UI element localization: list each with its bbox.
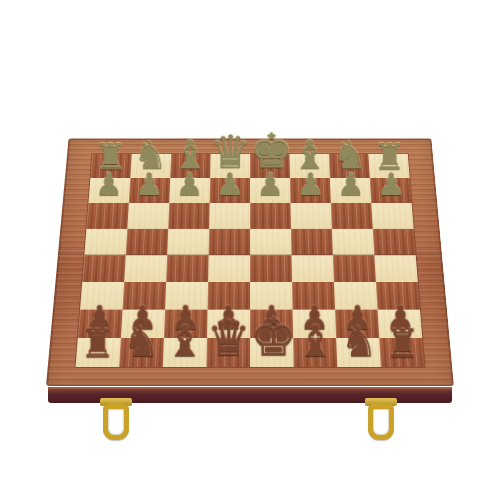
- square-f5: [291, 229, 333, 255]
- square-b3: [123, 282, 167, 310]
- square-h5: [373, 229, 416, 255]
- square-g5: [332, 229, 374, 255]
- square-a8: [90, 154, 131, 178]
- square-a7: [88, 178, 130, 203]
- square-d1: [206, 338, 250, 367]
- square-c7: [169, 178, 210, 203]
- square-g6: [331, 203, 373, 229]
- square-f2: [292, 310, 336, 338]
- square-b6: [127, 203, 169, 229]
- square-c5: [167, 229, 209, 255]
- square-g7: [330, 178, 371, 203]
- square-a3: [80, 282, 124, 310]
- board-scene: ♜♞♝♛♚♝♞♜♟♟♟♟♟♟♟♟♟♟♟♟♟♟♟♟♜♞♝♛♚♝♞♜: [46, 0, 454, 386]
- square-c6: [168, 203, 209, 229]
- square-g4: [333, 255, 376, 282]
- product-photo: ♜♞♝♛♚♝♞♜♟♟♟♟♟♟♟♟♟♟♟♟♟♟♟♟♜♞♝♛♚♝♞♜: [0, 0, 500, 500]
- square-b4: [124, 255, 167, 282]
- square-a5: [84, 229, 127, 255]
- square-d4: [208, 255, 250, 282]
- square-a4: [82, 255, 126, 282]
- square-c2: [164, 310, 208, 338]
- brass-latch-right: [368, 398, 394, 436]
- square-d3: [208, 282, 250, 310]
- square-b5: [126, 229, 168, 255]
- square-d8: [210, 154, 250, 178]
- square-f1: [293, 338, 337, 367]
- square-a6: [86, 203, 128, 229]
- brass-latch-left: [103, 398, 129, 436]
- square-g1: [336, 338, 381, 367]
- square-f3: [292, 282, 335, 310]
- square-h2: [377, 310, 422, 338]
- board-squares: [75, 154, 424, 367]
- square-d6: [209, 203, 250, 229]
- latch-ring: [368, 404, 394, 440]
- square-f6: [290, 203, 331, 229]
- square-h6: [371, 203, 413, 229]
- square-h1: [379, 338, 424, 367]
- square-d7: [210, 178, 250, 203]
- square-f8: [289, 154, 329, 178]
- square-e6: [250, 203, 291, 229]
- square-c1: [163, 338, 207, 367]
- square-h4: [374, 255, 418, 282]
- square-c4: [166, 255, 208, 282]
- square-d5: [209, 229, 250, 255]
- square-g8: [329, 154, 370, 178]
- square-b2: [121, 310, 165, 338]
- square-f7: [290, 178, 331, 203]
- chess-board: ♜♞♝♛♚♝♞♜♟♟♟♟♟♟♟♟♟♟♟♟♟♟♟♟♜♞♝♛♚♝♞♜: [46, 139, 454, 386]
- square-b7: [129, 178, 170, 203]
- square-a1: [75, 338, 120, 367]
- square-c3: [165, 282, 208, 310]
- square-e5: [250, 229, 291, 255]
- square-e3: [250, 282, 292, 310]
- square-f4: [291, 255, 333, 282]
- square-e2: [250, 310, 293, 338]
- square-h3: [376, 282, 420, 310]
- square-b1: [119, 338, 164, 367]
- square-b8: [130, 154, 171, 178]
- latch-ring: [103, 404, 129, 440]
- board-frame: [46, 139, 454, 386]
- square-g2: [335, 310, 379, 338]
- square-h7: [370, 178, 412, 203]
- square-e4: [250, 255, 292, 282]
- square-e7: [250, 178, 290, 203]
- square-e1: [250, 338, 294, 367]
- square-c8: [170, 154, 210, 178]
- square-e8: [250, 154, 290, 178]
- square-h8: [368, 154, 409, 178]
- square-d2: [207, 310, 250, 338]
- square-a2: [78, 310, 123, 338]
- square-g3: [334, 282, 378, 310]
